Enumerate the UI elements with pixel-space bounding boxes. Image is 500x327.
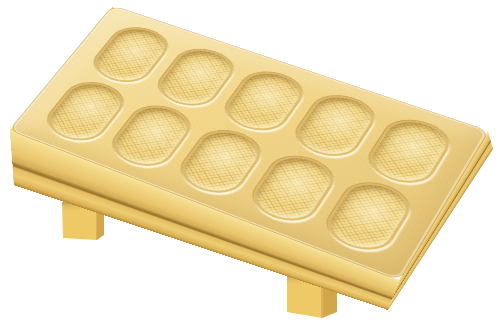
pit-r1c5[interactable] — [360, 113, 457, 191]
pit-r2c4[interactable] — [243, 149, 342, 229]
pit-r1c4[interactable] — [287, 89, 383, 164]
pit-r2c5[interactable] — [318, 175, 419, 258]
board-photo-stage — [0, 0, 500, 327]
